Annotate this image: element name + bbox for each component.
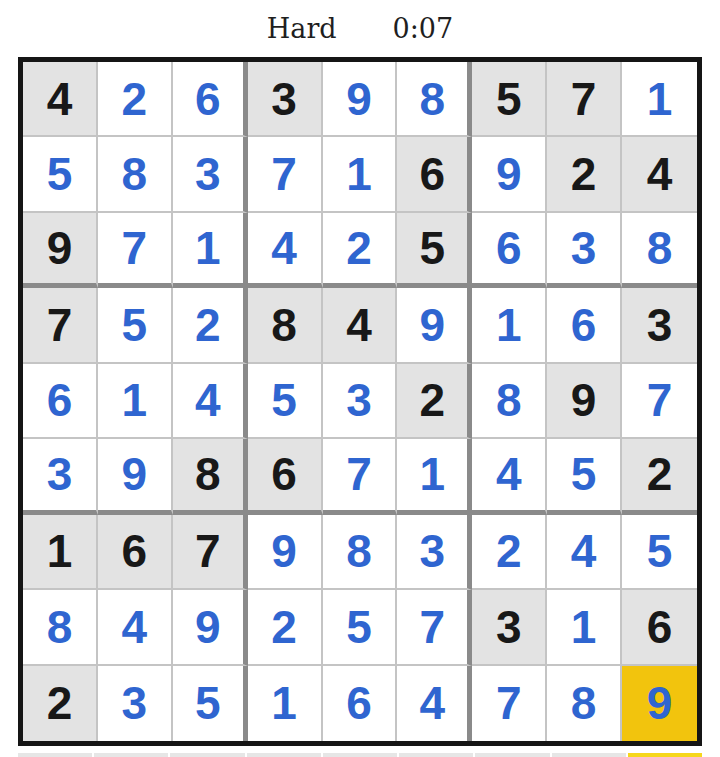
cell-r6c5[interactable]: 7 bbox=[323, 439, 398, 514]
cell-r9c1[interactable]: 2 bbox=[23, 666, 98, 741]
cell-r5c4[interactable]: 5 bbox=[248, 364, 323, 439]
bottom-strip-segment bbox=[170, 753, 244, 757]
cell-r1c6[interactable]: 8 bbox=[397, 62, 472, 137]
cell-r9c8[interactable]: 8 bbox=[547, 666, 622, 741]
cell-r8c6[interactable]: 7 bbox=[397, 590, 472, 665]
header-bar: Hard 0:07 bbox=[0, 0, 720, 56]
cell-r7c6[interactable]: 3 bbox=[397, 515, 472, 590]
cell-r8c3[interactable]: 9 bbox=[173, 590, 248, 665]
cell-r5c1[interactable]: 6 bbox=[23, 364, 98, 439]
cell-r5c5[interactable]: 3 bbox=[323, 364, 398, 439]
bottom-strip-segment bbox=[628, 753, 702, 757]
cell-r5c7[interactable]: 8 bbox=[472, 364, 547, 439]
cell-r6c4[interactable]: 6 bbox=[248, 439, 323, 514]
cell-r7c2[interactable]: 6 bbox=[98, 515, 173, 590]
cell-r2c9[interactable]: 4 bbox=[622, 137, 697, 212]
difficulty-label: Hard bbox=[267, 13, 337, 44]
cell-r3c4[interactable]: 4 bbox=[248, 213, 323, 288]
cell-r8c8[interactable]: 1 bbox=[547, 590, 622, 665]
cell-r6c6[interactable]: 1 bbox=[397, 439, 472, 514]
cell-r3c2[interactable]: 7 bbox=[98, 213, 173, 288]
cell-r1c8[interactable]: 7 bbox=[547, 62, 622, 137]
cell-r3c9[interactable]: 8 bbox=[622, 213, 697, 288]
cell-r9c4[interactable]: 1 bbox=[248, 666, 323, 741]
cell-r2c1[interactable]: 5 bbox=[23, 137, 98, 212]
cell-r5c3[interactable]: 4 bbox=[173, 364, 248, 439]
cell-r3c5[interactable]: 2 bbox=[323, 213, 398, 288]
cell-r2c8[interactable]: 2 bbox=[547, 137, 622, 212]
cell-r1c9[interactable]: 1 bbox=[622, 62, 697, 137]
bottom-strip-segment bbox=[323, 753, 397, 757]
cell-r2c7[interactable]: 9 bbox=[472, 137, 547, 212]
cell-r1c3[interactable]: 6 bbox=[173, 62, 248, 137]
cell-r4c5[interactable]: 4 bbox=[323, 288, 398, 363]
cell-r9c6[interactable]: 4 bbox=[397, 666, 472, 741]
cell-r6c9[interactable]: 2 bbox=[622, 439, 697, 514]
cell-r2c6[interactable]: 6 bbox=[397, 137, 472, 212]
cell-r2c2[interactable]: 8 bbox=[98, 137, 173, 212]
cell-r7c3[interactable]: 7 bbox=[173, 515, 248, 590]
bottom-strip-segment bbox=[247, 753, 321, 757]
cell-r3c3[interactable]: 1 bbox=[173, 213, 248, 288]
cell-r1c4[interactable]: 3 bbox=[248, 62, 323, 137]
cell-r8c9[interactable]: 6 bbox=[622, 590, 697, 665]
bottom-strip-segment bbox=[475, 753, 549, 757]
bottom-strip-segment bbox=[94, 753, 168, 757]
cell-r4c9[interactable]: 3 bbox=[622, 288, 697, 363]
cell-r6c8[interactable]: 5 bbox=[547, 439, 622, 514]
cell-r3c7[interactable]: 6 bbox=[472, 213, 547, 288]
cell-r9c5[interactable]: 6 bbox=[323, 666, 398, 741]
bottom-strip-segment bbox=[18, 753, 92, 757]
cell-r7c9[interactable]: 5 bbox=[622, 515, 697, 590]
cell-r4c3[interactable]: 2 bbox=[173, 288, 248, 363]
cell-r5c6[interactable]: 2 bbox=[397, 364, 472, 439]
cell-r3c6[interactable]: 5 bbox=[397, 213, 472, 288]
cell-r4c8[interactable]: 6 bbox=[547, 288, 622, 363]
cell-r2c5[interactable]: 1 bbox=[323, 137, 398, 212]
cell-r1c5[interactable]: 9 bbox=[323, 62, 398, 137]
cell-r8c7[interactable]: 3 bbox=[472, 590, 547, 665]
bottom-strip-segment bbox=[552, 753, 626, 757]
cell-r4c4[interactable]: 8 bbox=[248, 288, 323, 363]
cell-r6c7[interactable]: 4 bbox=[472, 439, 547, 514]
cell-r1c2[interactable]: 2 bbox=[98, 62, 173, 137]
cell-r3c1[interactable]: 9 bbox=[23, 213, 98, 288]
cell-r6c3[interactable]: 8 bbox=[173, 439, 248, 514]
cell-r8c4[interactable]: 2 bbox=[248, 590, 323, 665]
cell-r1c1[interactable]: 4 bbox=[23, 62, 98, 137]
cell-r6c1[interactable]: 3 bbox=[23, 439, 98, 514]
cell-r5c8[interactable]: 9 bbox=[547, 364, 622, 439]
cell-r4c6[interactable]: 9 bbox=[397, 288, 472, 363]
bottom-strip-segment bbox=[399, 753, 473, 757]
timer: 0:07 bbox=[393, 13, 454, 44]
cell-r1c7[interactable]: 5 bbox=[472, 62, 547, 137]
cell-r5c2[interactable]: 1 bbox=[98, 364, 173, 439]
cell-r7c5[interactable]: 8 bbox=[323, 515, 398, 590]
cell-r4c2[interactable]: 5 bbox=[98, 288, 173, 363]
cell-r8c5[interactable]: 5 bbox=[323, 590, 398, 665]
cell-r2c3[interactable]: 3 bbox=[173, 137, 248, 212]
sudoku-board: 4263985715837169249714256387528491636145… bbox=[18, 57, 702, 746]
cell-r4c7[interactable]: 1 bbox=[472, 288, 547, 363]
cell-r5c9[interactable]: 7 bbox=[622, 364, 697, 439]
sudoku-page: Hard 0:07 426398571583716924971425638752… bbox=[0, 0, 720, 757]
cell-r3c8[interactable]: 3 bbox=[547, 213, 622, 288]
cell-r9c7[interactable]: 7 bbox=[472, 666, 547, 741]
cell-r7c4[interactable]: 9 bbox=[248, 515, 323, 590]
cell-r8c2[interactable]: 4 bbox=[98, 590, 173, 665]
cell-r9c2[interactable]: 3 bbox=[98, 666, 173, 741]
cell-r8c1[interactable]: 8 bbox=[23, 590, 98, 665]
cell-r7c7[interactable]: 2 bbox=[472, 515, 547, 590]
cell-r4c1[interactable]: 7 bbox=[23, 288, 98, 363]
cell-r2c4[interactable]: 7 bbox=[248, 137, 323, 212]
bottom-strip bbox=[18, 753, 702, 757]
cell-r6c2[interactable]: 9 bbox=[98, 439, 173, 514]
cell-r9c3[interactable]: 5 bbox=[173, 666, 248, 741]
cell-r7c8[interactable]: 4 bbox=[547, 515, 622, 590]
cell-r7c1[interactable]: 1 bbox=[23, 515, 98, 590]
cell-r9c9[interactable]: 9 bbox=[622, 666, 697, 741]
